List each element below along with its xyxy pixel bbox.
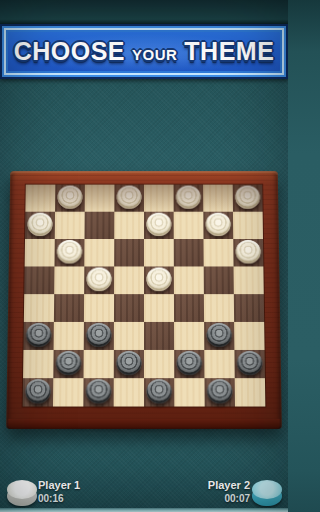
board-cell[interactable]	[203, 239, 233, 266]
board-grid	[23, 185, 266, 407]
checker-white[interactable]	[176, 186, 201, 209]
checker-black[interactable]	[207, 379, 232, 403]
board-cell[interactable]	[174, 378, 204, 406]
board-cell[interactable]	[203, 185, 233, 212]
board-cell[interactable]	[174, 239, 204, 266]
board-cell[interactable]	[84, 294, 114, 322]
board-cell[interactable]	[23, 378, 54, 406]
board-cell[interactable]	[25, 185, 55, 212]
board-cell[interactable]	[174, 322, 204, 350]
board-cell[interactable]	[54, 266, 84, 294]
board-cell[interactable]	[53, 350, 83, 378]
checker-black[interactable]	[86, 323, 111, 347]
banner-word-your: YOUR	[132, 46, 177, 63]
board-cell[interactable]	[85, 185, 115, 212]
board-cell[interactable]	[174, 350, 204, 378]
board-front-edge	[8, 419, 280, 429]
checker-black[interactable]	[25, 379, 51, 403]
checker-black[interactable]	[237, 351, 262, 375]
board-cell[interactable]	[114, 322, 144, 350]
board-cell[interactable]	[144, 322, 174, 350]
checker-black[interactable]	[26, 323, 51, 347]
board-cell[interactable]	[53, 378, 84, 406]
board-cell[interactable]	[114, 378, 144, 406]
board-cell[interactable]	[234, 350, 265, 378]
board-cell[interactable]	[84, 322, 114, 350]
board-cell[interactable]	[54, 239, 84, 266]
piece-icon-top	[7, 480, 37, 499]
player2-name: Player 2	[208, 479, 250, 491]
board-cell[interactable]	[234, 322, 264, 350]
checker-black[interactable]	[207, 323, 232, 347]
board-cell[interactable]	[233, 239, 263, 266]
board-cell[interactable]	[25, 212, 55, 239]
board-cell[interactable]	[114, 294, 144, 322]
checkers-board	[6, 171, 282, 429]
checker-black[interactable]	[177, 351, 202, 375]
banner-text: CHOOSE YOUR THEME	[14, 37, 275, 66]
checker-white[interactable]	[87, 268, 112, 292]
board-cell[interactable]	[174, 294, 204, 322]
board-cell[interactable]	[84, 239, 114, 266]
board-cell[interactable]	[235, 378, 266, 406]
board-cell[interactable]	[114, 185, 144, 212]
checker-black[interactable]	[56, 351, 81, 375]
board-cell[interactable]	[55, 212, 85, 239]
board-cell[interactable]	[174, 212, 204, 239]
checker-white[interactable]	[117, 186, 142, 209]
banner-word-choose: CHOOSE	[14, 37, 125, 66]
checker-white[interactable]	[146, 268, 171, 292]
board-cell[interactable]	[204, 266, 234, 294]
board-cell[interactable]	[204, 322, 234, 350]
player1-piece-icon	[7, 480, 37, 506]
board-cell[interactable]	[83, 378, 113, 406]
board-cell[interactable]	[84, 350, 114, 378]
checker-black[interactable]	[86, 379, 111, 403]
board-cell[interactable]	[144, 212, 174, 239]
board-cell[interactable]	[54, 322, 84, 350]
piece-icon-top	[252, 480, 282, 499]
checker-white[interactable]	[28, 213, 53, 236]
board-cell[interactable]	[24, 294, 54, 322]
board-cell[interactable]	[114, 239, 144, 266]
board-cell[interactable]	[204, 378, 235, 406]
board-cell[interactable]	[144, 350, 174, 378]
checker-black[interactable]	[147, 379, 172, 403]
checker-white[interactable]	[206, 213, 231, 236]
board-cell[interactable]	[203, 212, 233, 239]
player2-info: Player 2 00:07	[208, 479, 250, 504]
board-cell[interactable]	[84, 266, 114, 294]
board-cell[interactable]	[234, 266, 264, 294]
player2-piece-icon	[252, 480, 282, 506]
checker-black[interactable]	[116, 351, 141, 375]
board-cell[interactable]	[25, 239, 55, 266]
checker-white[interactable]	[235, 186, 260, 209]
board-cell[interactable]	[144, 266, 174, 294]
checker-white[interactable]	[58, 186, 83, 209]
board-cell[interactable]	[144, 294, 174, 322]
choose-theme-banner[interactable]: CHOOSE YOUR THEME	[0, 24, 288, 79]
banner-word-theme: THEME	[184, 37, 274, 66]
board-cell[interactable]	[114, 266, 144, 294]
board-cell[interactable]	[233, 212, 263, 239]
board-cell[interactable]	[144, 239, 174, 266]
board-cell[interactable]	[24, 266, 54, 294]
board-cell[interactable]	[54, 294, 84, 322]
checker-white[interactable]	[57, 240, 82, 264]
board-cell[interactable]	[233, 185, 263, 212]
bottom-edge-highlight	[0, 508, 288, 512]
board-cell[interactable]	[204, 294, 234, 322]
board-cell[interactable]	[23, 350, 54, 378]
checker-white[interactable]	[236, 240, 261, 264]
board-cell[interactable]	[85, 212, 115, 239]
board-cell[interactable]	[114, 212, 144, 239]
player1-clock: 00:16	[38, 493, 80, 504]
board-cell[interactable]	[174, 185, 204, 212]
player1-info: Player 1 00:16	[38, 479, 80, 504]
checker-white[interactable]	[146, 213, 171, 236]
board-cell[interactable]	[23, 322, 53, 350]
board-cell[interactable]	[234, 294, 264, 322]
status-bar	[0, 0, 288, 24]
player2-clock: 00:07	[208, 493, 250, 504]
board-cell[interactable]	[144, 378, 174, 406]
board-cell[interactable]	[174, 266, 204, 294]
board-cell[interactable]	[144, 185, 174, 212]
player1-name: Player 1	[38, 479, 80, 491]
board-cell[interactable]	[114, 350, 144, 378]
board-cell[interactable]	[204, 350, 234, 378]
board-cell[interactable]	[55, 185, 85, 212]
